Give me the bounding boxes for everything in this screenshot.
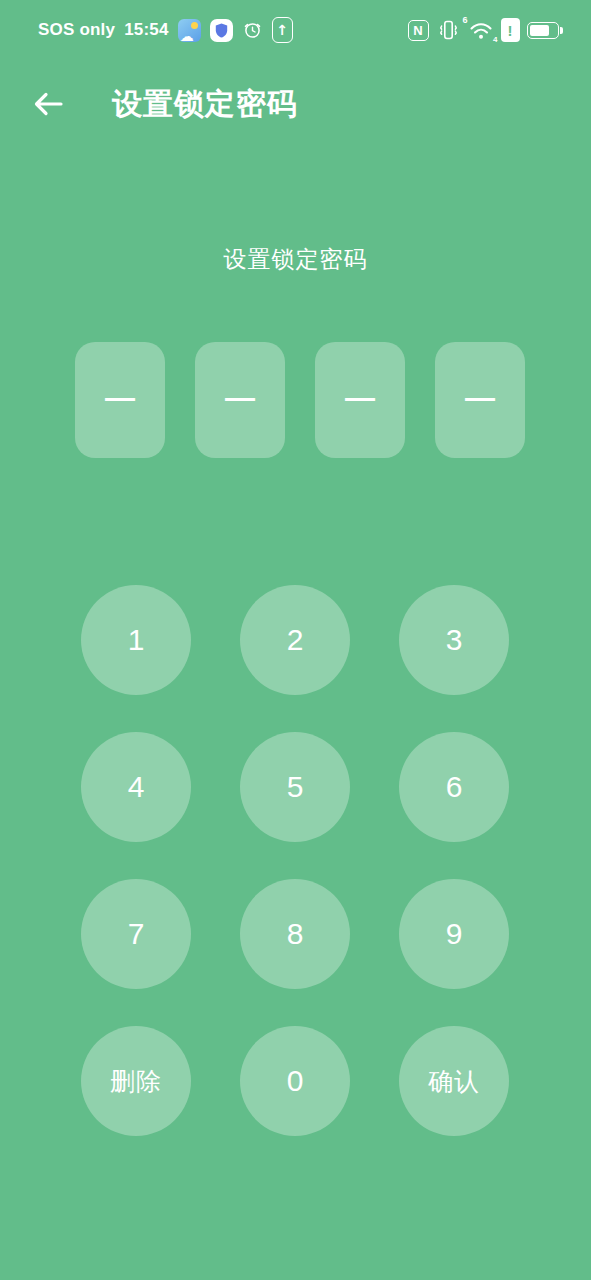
wifi-generation-label: 6 — [463, 15, 468, 25]
pin-slot-4-value: — — [465, 383, 495, 417]
weather-app-icon: ☁ — [178, 19, 201, 42]
back-button[interactable] — [28, 84, 68, 124]
page-title: 设置锁定密码 — [112, 84, 298, 125]
key-delete[interactable]: 删除 — [81, 1026, 191, 1136]
sun-dot — [191, 22, 198, 29]
upload-notification-icon: ↑ — [272, 17, 293, 43]
clock-time: 15:54 — [124, 20, 168, 40]
status-bar-left: SOS only 15:54 ☁ ↑ — [38, 17, 293, 43]
pin-slot-4: — — [435, 342, 525, 458]
status-bar: SOS only 15:54 ☁ ↑ N — [0, 0, 591, 60]
key-3[interactable]: 3 — [399, 585, 509, 695]
upload-glyph: ↑ — [276, 23, 288, 37]
key-7[interactable]: 7 — [81, 879, 191, 989]
nfc-icon: N — [408, 20, 429, 41]
wifi6-icon: 6 4 — [468, 19, 494, 41]
key-6[interactable]: 6 — [399, 732, 509, 842]
battery-tip — [560, 27, 563, 34]
pin-slot-1: — — [75, 342, 165, 458]
cloud-glyph: ☁ — [180, 29, 194, 42]
arrow-left-icon — [30, 86, 66, 122]
key-confirm[interactable]: 确认 — [399, 1026, 509, 1136]
pin-slot-3-value: — — [345, 383, 375, 417]
pin-slot-2-value: — — [225, 383, 255, 417]
key-2[interactable]: 2 — [240, 585, 350, 695]
carrier-label: SOS only — [38, 20, 115, 40]
status-bar-right: N 6 4 ! — [408, 17, 564, 43]
wifi-sub-label: 4 — [493, 35, 497, 44]
key-1[interactable]: 1 — [81, 585, 191, 695]
key-4[interactable]: 4 — [81, 732, 191, 842]
keypad: 1 2 3 4 5 6 7 8 9 删除 0 确认 — [81, 585, 509, 1136]
key-9[interactable]: 9 — [399, 879, 509, 989]
battery-icon — [527, 22, 564, 39]
header: 设置锁定密码 — [0, 76, 591, 132]
sim-alert-icon: ! — [501, 18, 520, 42]
pin-prompt: 设置锁定密码 — [0, 244, 591, 275]
key-0[interactable]: 0 — [240, 1026, 350, 1136]
key-5[interactable]: 5 — [240, 732, 350, 842]
battery-body — [527, 22, 559, 39]
sim-alert-glyph: ! — [508, 23, 513, 38]
pin-slot-2: — — [195, 342, 285, 458]
battery-fill — [530, 25, 550, 36]
nfc-label: N — [413, 24, 422, 37]
pin-slot-3: — — [315, 342, 405, 458]
key-8[interactable]: 8 — [240, 879, 350, 989]
pin-slot-row: — — — — — [75, 342, 525, 458]
shield-app-icon — [210, 19, 233, 42]
clock-notification-icon — [242, 18, 263, 42]
vibrate-icon — [436, 17, 461, 43]
pin-slot-1-value: — — [105, 383, 135, 417]
